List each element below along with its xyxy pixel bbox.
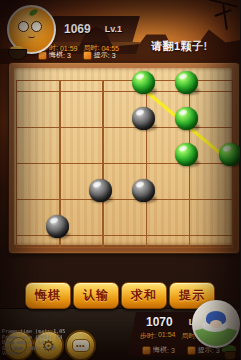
bottom-player-score: 1070	[146, 315, 173, 329]
stone-green[interactable]	[175, 71, 198, 94]
hint-button-label: 提示	[179, 287, 205, 304]
top-player-counters: 悔棋 : 3 提示 : 3	[38, 50, 148, 60]
hint-counter-icon	[83, 51, 92, 60]
top-player-level: Lv.1	[105, 24, 122, 34]
debug-stats-overlay: Frame time (ms): 1.05Frame rate (FPS): 5…	[2, 329, 82, 357]
stone-green[interactable]	[132, 71, 155, 94]
draw-offer-button[interactable]: 求和	[121, 282, 167, 309]
undo-counter-icon	[142, 346, 151, 355]
leaf-decoration	[28, 8, 38, 16]
undo-button-label: 悔棋	[35, 287, 61, 304]
bottom-undo-label: 悔棋	[153, 345, 167, 355]
top-player-score: 1069	[64, 22, 91, 36]
resign-button-label: 认输	[83, 287, 109, 304]
resign-button[interactable]: 认输	[73, 282, 119, 309]
top-hint-count: : 3	[108, 52, 116, 59]
bottom-step-time-label: 步时:	[140, 331, 156, 341]
plant-icon[interactable]	[221, 345, 237, 358]
stone-green[interactable]	[175, 107, 198, 130]
bottom-player-avatar[interactable]	[192, 300, 240, 348]
hint-counter-icon	[187, 346, 196, 355]
stone-black[interactable]	[132, 107, 155, 130]
orange-character-face	[18, 21, 44, 33]
game-board[interactable]	[8, 62, 240, 254]
stone-black[interactable]	[132, 179, 155, 202]
game-screen: 1069 Lv.1 步时: 01:59 局时: 04:55 悔棋 : 3 提示 …	[0, 0, 240, 360]
draw-offer-button-label: 求和	[131, 287, 157, 304]
top-undo-label: 悔棋	[49, 50, 63, 60]
action-button-row: 悔棋 认输 求和 提示	[25, 282, 215, 307]
stone-black[interactable]	[46, 215, 69, 238]
stone-black[interactable]	[89, 179, 112, 202]
bottom-step-time: 01:54	[158, 331, 176, 341]
stone-green[interactable]	[175, 143, 198, 166]
stone-green[interactable]	[219, 143, 241, 166]
top-hint-label: 提示	[94, 50, 108, 60]
undo-button[interactable]: 悔棋	[25, 282, 71, 309]
turn-instruction-text: 请翻1颗子!	[151, 39, 237, 54]
bottom-undo-count: : 3	[167, 347, 175, 354]
top-undo-count: : 3	[63, 52, 71, 59]
treasure-cup-icon	[8, 45, 25, 58]
